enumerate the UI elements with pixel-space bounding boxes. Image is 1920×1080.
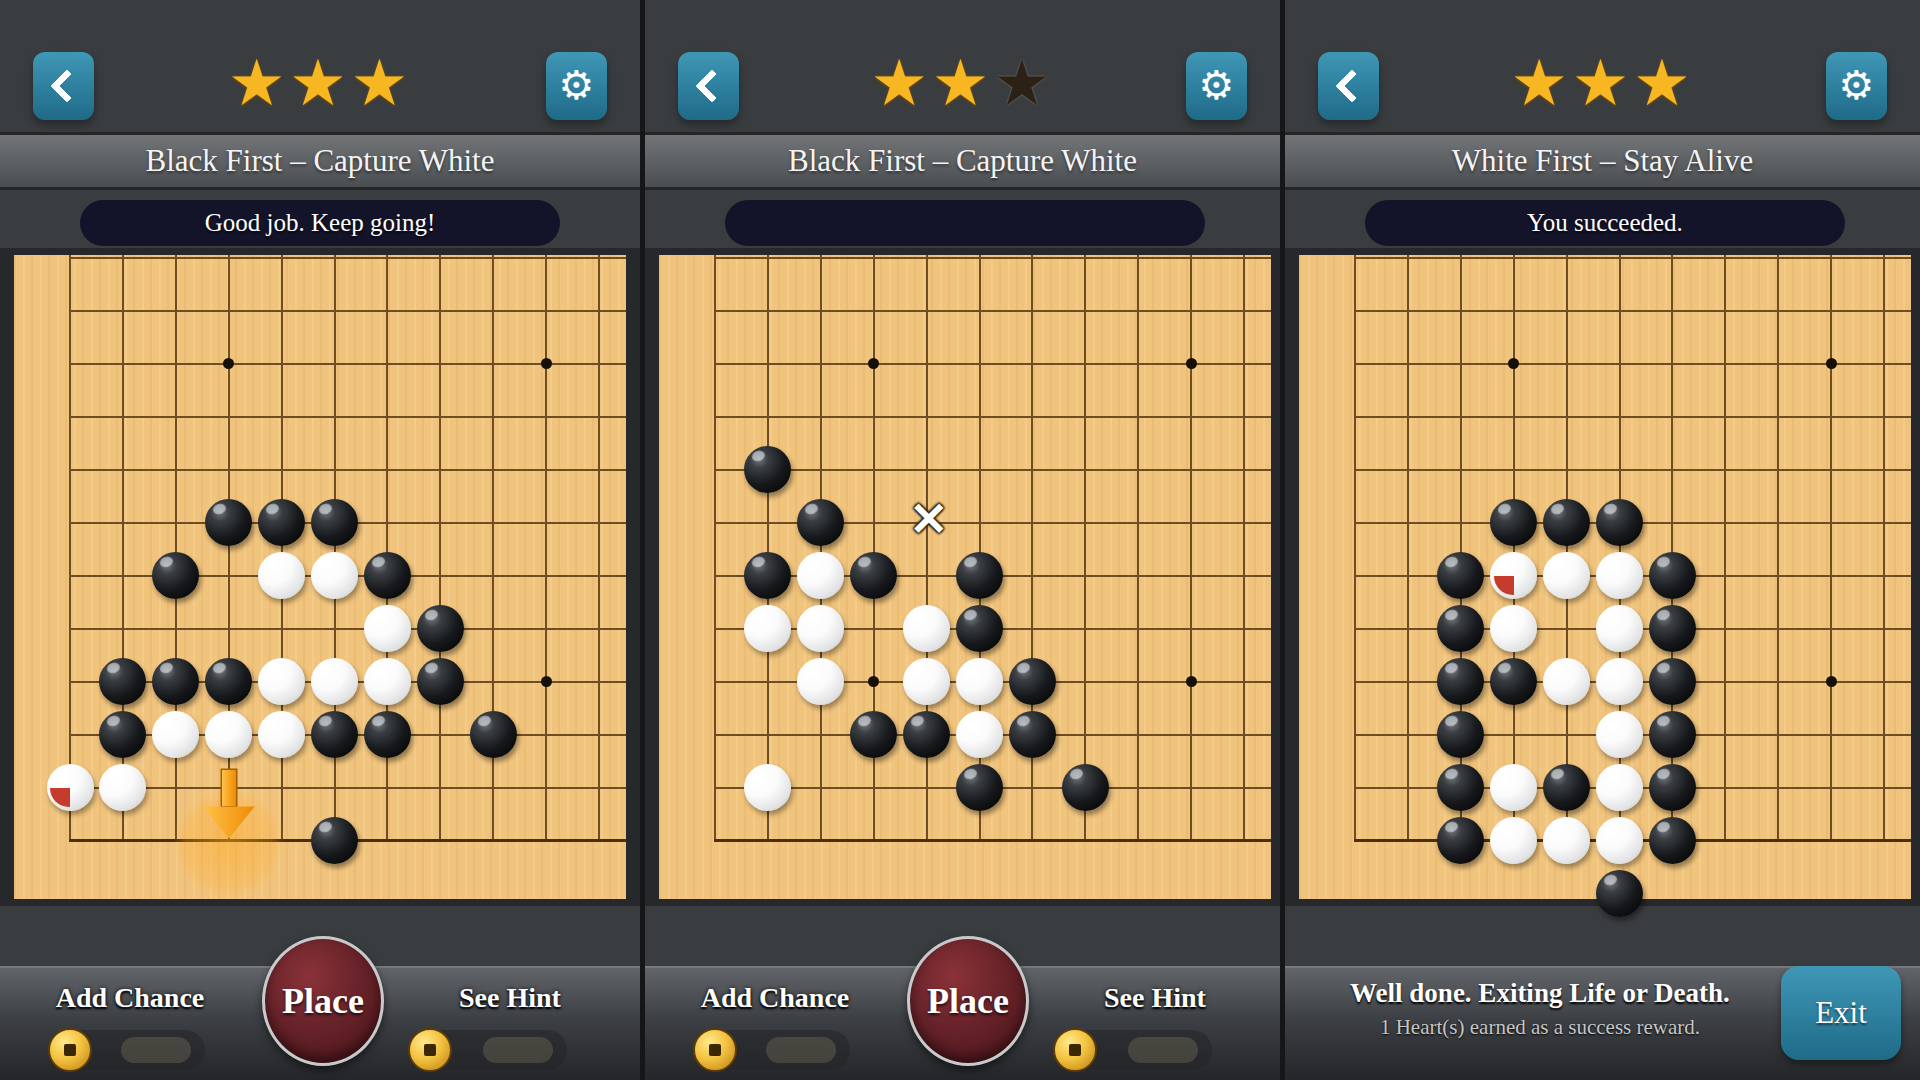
white-stone xyxy=(364,605,411,652)
stone-highlight xyxy=(318,503,334,517)
stone-highlight xyxy=(1603,873,1619,887)
stone-highlight xyxy=(857,556,873,570)
cost-chip xyxy=(1128,1037,1198,1063)
white-stone xyxy=(903,605,950,652)
stone-highlight xyxy=(1550,503,1566,517)
stone-highlight xyxy=(1497,609,1513,623)
puzzle-title-bar: Black First – Capture White xyxy=(0,132,640,190)
stone-highlight xyxy=(476,714,492,728)
go-board[interactable]: ✕ xyxy=(659,255,1271,899)
stone-highlight xyxy=(1603,556,1619,570)
stone-highlight xyxy=(1444,556,1460,570)
grid-line-v xyxy=(439,255,441,842)
stone-highlight xyxy=(1497,767,1513,781)
hoshi-point xyxy=(223,358,234,369)
stone-highlight xyxy=(1656,661,1672,675)
grid-line-h xyxy=(69,257,626,259)
stone-highlight xyxy=(804,661,820,675)
white-stone xyxy=(1543,658,1590,705)
stone-highlight xyxy=(424,661,440,675)
coin-icon xyxy=(1053,1028,1097,1072)
black-stone xyxy=(1649,658,1696,705)
grid-line-v xyxy=(598,255,600,842)
stone-highlight xyxy=(910,609,926,623)
stone-highlight xyxy=(910,714,926,728)
stone-highlight xyxy=(963,714,979,728)
stone-highlight xyxy=(1603,661,1619,675)
black-stone xyxy=(311,817,358,864)
result-line2: 1 Heart(s) earned as a success reward. xyxy=(1325,1015,1755,1040)
black-stone xyxy=(364,552,411,599)
black-stone xyxy=(205,499,252,546)
stone-highlight xyxy=(212,661,228,675)
black-stone xyxy=(152,658,199,705)
stone-highlight xyxy=(159,714,175,728)
black-stone xyxy=(744,446,791,493)
coin-icon xyxy=(408,1028,452,1072)
message-pill: Good job. Keep going! xyxy=(80,200,560,246)
go-board[interactable] xyxy=(14,255,626,899)
white-stone xyxy=(1596,552,1643,599)
white-stone xyxy=(1596,605,1643,652)
stone-highlight xyxy=(1656,820,1672,834)
result-text: Well done. Exiting Life or Death.1 Heart… xyxy=(1325,978,1755,1040)
add-chance-label: Add Chance xyxy=(655,982,895,1014)
stone-highlight xyxy=(212,503,228,517)
stone-highlight xyxy=(106,714,122,728)
stone-highlight xyxy=(963,609,979,623)
black-stone xyxy=(1437,764,1484,811)
grid-line-h xyxy=(1354,257,1911,259)
black-stone xyxy=(903,711,950,758)
white-stone xyxy=(258,658,305,705)
grid-line-v xyxy=(1830,255,1832,842)
black-stone xyxy=(417,658,464,705)
stone-highlight xyxy=(963,767,979,781)
black-stone xyxy=(1490,658,1537,705)
black-stone xyxy=(1437,817,1484,864)
stone-highlight xyxy=(1603,609,1619,623)
grid-line-h xyxy=(1354,469,1911,471)
stone-highlight xyxy=(318,661,334,675)
hoshi-point xyxy=(1186,358,1197,369)
black-stone xyxy=(99,658,146,705)
black-stone xyxy=(797,499,844,546)
white-stone xyxy=(205,711,252,758)
see-hint-label: See Hint xyxy=(1035,982,1275,1014)
black-stone xyxy=(470,711,517,758)
stone-highlight xyxy=(1497,556,1513,570)
grid-line-v xyxy=(1513,255,1515,842)
star-icon-3-dark: ★ xyxy=(993,46,1054,122)
grid-line-h xyxy=(714,416,1271,418)
stone-highlight xyxy=(804,503,820,517)
black-stone xyxy=(956,764,1003,811)
stone-highlight xyxy=(1444,714,1460,728)
stone-highlight xyxy=(1603,820,1619,834)
white-stone-marked xyxy=(47,764,94,811)
black-stone xyxy=(1649,552,1696,599)
message-text: Good job. Keep going! xyxy=(205,209,436,237)
message-pill xyxy=(725,200,1205,246)
stone-highlight xyxy=(910,661,926,675)
x-marker: ✕ xyxy=(910,492,949,546)
stone-highlight xyxy=(371,714,387,728)
grid-line-v xyxy=(1243,255,1245,842)
hoshi-point xyxy=(1826,676,1837,687)
coin-icon xyxy=(693,1028,737,1072)
star-icon-2-gold: ★ xyxy=(1572,46,1633,122)
black-stone xyxy=(1543,499,1590,546)
black-stone xyxy=(1437,711,1484,758)
grid-line-v xyxy=(820,255,822,842)
white-stone xyxy=(956,711,1003,758)
place-label: Place xyxy=(282,980,364,1022)
settings-button[interactable]: ⚙ xyxy=(1826,52,1887,120)
black-stone xyxy=(1649,605,1696,652)
board-zone xyxy=(0,248,640,906)
black-stone xyxy=(1543,764,1590,811)
star-icon-1-gold: ★ xyxy=(870,46,931,122)
coin-hole xyxy=(1069,1044,1081,1056)
stone-highlight xyxy=(53,767,69,781)
grid-line-h xyxy=(1354,416,1911,418)
black-stone xyxy=(850,552,897,599)
star-icon-1-gold: ★ xyxy=(1510,46,1571,122)
stone-highlight xyxy=(318,820,334,834)
white-stone xyxy=(311,552,358,599)
grid-line-v xyxy=(1137,255,1139,842)
grid-line-v xyxy=(1407,255,1409,842)
stone-highlight xyxy=(751,450,767,464)
stone-highlight xyxy=(318,714,334,728)
grid-line-v xyxy=(1190,255,1192,842)
grid-line-v xyxy=(1354,255,1356,842)
black-stone xyxy=(152,552,199,599)
black-stone xyxy=(1437,605,1484,652)
grid-line-h xyxy=(69,628,626,630)
hoshi-point xyxy=(868,358,879,369)
white-stone xyxy=(1596,711,1643,758)
grid-line-h xyxy=(714,469,1271,471)
grid-line-v xyxy=(1566,255,1568,842)
white-stone xyxy=(956,658,1003,705)
black-stone xyxy=(258,499,305,546)
grid-line-v xyxy=(1084,255,1086,842)
stone-highlight xyxy=(963,556,979,570)
settings-button[interactable]: ⚙ xyxy=(1186,52,1247,120)
stone-highlight xyxy=(857,714,873,728)
black-stone xyxy=(311,711,358,758)
white-stone xyxy=(258,711,305,758)
hint-arrow-down-icon xyxy=(203,770,255,838)
settings-button[interactable]: ⚙ xyxy=(546,52,607,120)
stone-highlight xyxy=(1550,661,1566,675)
white-stone xyxy=(797,658,844,705)
black-stone xyxy=(956,552,1003,599)
white-stone xyxy=(1490,605,1537,652)
stone-highlight xyxy=(1603,714,1619,728)
cost-chip xyxy=(483,1037,553,1063)
grid-line-h xyxy=(69,787,626,789)
stone-highlight xyxy=(1550,767,1566,781)
go-board[interactable] xyxy=(1299,255,1911,899)
black-stone xyxy=(1437,658,1484,705)
white-stone xyxy=(311,658,358,705)
white-stone xyxy=(1490,764,1537,811)
stone-highlight xyxy=(1069,767,1085,781)
star-icon-3-gold: ★ xyxy=(351,46,412,122)
grid-line-h xyxy=(714,257,1271,259)
black-stone xyxy=(205,658,252,705)
captured-mark-red xyxy=(1494,576,1514,596)
puzzle-title: Black First – Capture White xyxy=(788,143,1137,179)
grid-line-h xyxy=(1354,310,1911,312)
stone-highlight xyxy=(212,714,228,728)
black-stone xyxy=(850,711,897,758)
coin-hole xyxy=(709,1044,721,1056)
stone-highlight xyxy=(1016,661,1032,675)
grid-line-v xyxy=(714,255,716,842)
cost-chip xyxy=(121,1037,191,1063)
white-stone xyxy=(99,764,146,811)
black-stone xyxy=(1649,764,1696,811)
grid-line-h xyxy=(69,469,626,471)
star-icon-3-gold: ★ xyxy=(1633,46,1694,122)
black-stone xyxy=(1649,711,1696,758)
white-stone xyxy=(744,605,791,652)
stone-highlight xyxy=(371,609,387,623)
stone-highlight xyxy=(265,714,281,728)
grid-line-v xyxy=(545,255,547,842)
black-stone xyxy=(417,605,464,652)
stone-highlight xyxy=(318,556,334,570)
hoshi-point xyxy=(541,676,552,687)
stone-highlight xyxy=(1603,503,1619,517)
star-rating: ★★★ xyxy=(645,46,1280,122)
grid-line-h xyxy=(69,310,626,312)
puzzle-title-bar: White First – Stay Alive xyxy=(1285,132,1920,190)
stone-highlight xyxy=(265,556,281,570)
stone-highlight xyxy=(1444,820,1460,834)
stone-highlight xyxy=(1497,661,1513,675)
puzzle-title: Black First – Capture White xyxy=(146,143,495,179)
place-label: Place xyxy=(927,980,1009,1022)
star-icon-1-gold: ★ xyxy=(228,46,289,122)
stone-highlight xyxy=(751,767,767,781)
star-icon-2-gold: ★ xyxy=(289,46,350,122)
grid-line-h xyxy=(69,416,626,418)
white-stone xyxy=(1596,764,1643,811)
exit-label: Exit xyxy=(1815,995,1867,1031)
black-stone xyxy=(1596,870,1643,917)
stone-highlight xyxy=(1497,820,1513,834)
message-pill: You succeeded. xyxy=(1365,200,1845,246)
stone-highlight xyxy=(371,556,387,570)
message-text: You succeeded. xyxy=(1527,209,1683,237)
white-stone xyxy=(1596,658,1643,705)
star-rating: ★★★ xyxy=(1285,46,1920,122)
grid-line-h xyxy=(714,310,1271,312)
white-stone xyxy=(1543,817,1590,864)
black-stone xyxy=(1437,552,1484,599)
black-stone xyxy=(311,499,358,546)
stone-highlight xyxy=(106,767,122,781)
stone-highlight xyxy=(424,609,440,623)
stone-highlight xyxy=(1656,556,1672,570)
star-icon-2-gold: ★ xyxy=(932,46,993,122)
stone-highlight xyxy=(1656,609,1672,623)
add-chance-label: Add Chance xyxy=(10,982,250,1014)
grid-line-v xyxy=(1883,255,1885,842)
white-stone xyxy=(364,658,411,705)
stone-highlight xyxy=(751,609,767,623)
grid-line-v xyxy=(767,255,769,842)
stone-highlight xyxy=(1497,503,1513,517)
stone-highlight xyxy=(265,503,281,517)
grid-line-v xyxy=(1777,255,1779,842)
white-stone-marked xyxy=(1490,552,1537,599)
stone-highlight xyxy=(1444,609,1460,623)
stone-highlight xyxy=(963,661,979,675)
app-screen: ★★★⚙Black First – Capture WhiteGood job.… xyxy=(0,0,1920,1080)
black-stone xyxy=(744,552,791,599)
grid-line-v xyxy=(1724,255,1726,842)
stone-highlight xyxy=(1656,714,1672,728)
black-stone xyxy=(956,605,1003,652)
stone-highlight xyxy=(804,609,820,623)
stone-highlight xyxy=(804,556,820,570)
captured-mark-red xyxy=(50,788,70,808)
stone-highlight xyxy=(1550,820,1566,834)
white-stone xyxy=(1490,817,1537,864)
hoshi-point xyxy=(868,676,879,687)
stone-highlight xyxy=(1444,767,1460,781)
panel-puzzle-2: ★★★⚙Black First – Capture White✕Add Chan… xyxy=(640,0,1280,1080)
coin-hole xyxy=(424,1044,436,1056)
puzzle-title-bar: Black First – Capture White xyxy=(645,132,1280,190)
see-hint-label: See Hint xyxy=(390,982,630,1014)
grid-line-h xyxy=(714,839,1271,842)
white-stone xyxy=(1596,817,1643,864)
white-stone xyxy=(903,658,950,705)
stone-highlight xyxy=(106,661,122,675)
white-stone xyxy=(744,764,791,811)
cost-chip xyxy=(766,1037,836,1063)
hoshi-point xyxy=(1826,358,1837,369)
white-stone xyxy=(258,552,305,599)
panel-puzzle-1: ★★★⚙Black First – Capture WhiteGood job.… xyxy=(0,0,640,1080)
stone-highlight xyxy=(1016,714,1032,728)
grid-line-v xyxy=(69,255,71,842)
black-stone xyxy=(99,711,146,758)
black-stone xyxy=(1596,499,1643,546)
place-button[interactable]: Place xyxy=(907,936,1029,1066)
place-button[interactable]: Place xyxy=(262,936,384,1066)
stone-highlight xyxy=(1444,661,1460,675)
star-rating: ★★★ xyxy=(0,46,640,122)
hoshi-point xyxy=(541,358,552,369)
white-stone xyxy=(797,605,844,652)
stone-highlight xyxy=(159,556,175,570)
stone-highlight xyxy=(371,661,387,675)
stone-highlight xyxy=(1656,767,1672,781)
black-stone xyxy=(1490,499,1537,546)
coin-hole xyxy=(64,1044,76,1056)
black-stone xyxy=(1009,658,1056,705)
hoshi-point xyxy=(1186,676,1197,687)
white-stone xyxy=(152,711,199,758)
coin-icon xyxy=(48,1028,92,1072)
exit-button[interactable]: Exit xyxy=(1781,966,1901,1060)
stone-highlight xyxy=(751,556,767,570)
black-stone xyxy=(1009,711,1056,758)
stone-highlight xyxy=(1603,767,1619,781)
board-zone xyxy=(1285,248,1920,906)
black-stone xyxy=(1649,817,1696,864)
stone-highlight xyxy=(1550,556,1566,570)
black-stone xyxy=(364,711,411,758)
puzzle-title: White First – Stay Alive xyxy=(1452,143,1753,179)
result-line1: Well done. Exiting Life or Death. xyxy=(1325,978,1755,1009)
panel-puzzle-3: ★★★⚙White First – Stay AliveYou succeede… xyxy=(1280,0,1920,1080)
black-stone xyxy=(1062,764,1109,811)
white-stone xyxy=(797,552,844,599)
hoshi-point xyxy=(1508,358,1519,369)
board-zone: ✕ xyxy=(645,248,1280,906)
white-stone xyxy=(1543,552,1590,599)
stone-highlight xyxy=(159,661,175,675)
stone-highlight xyxy=(265,661,281,675)
